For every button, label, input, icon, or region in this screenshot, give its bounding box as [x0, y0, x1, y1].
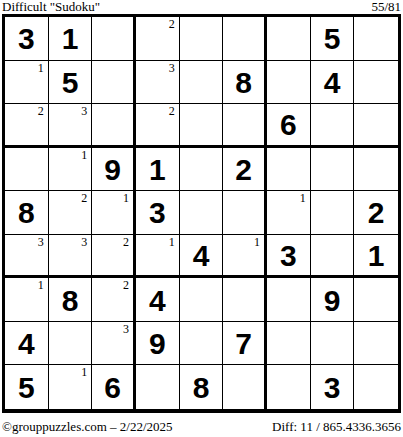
- sudoku-cell-r8c5[interactable]: [180, 322, 224, 366]
- pencil-mark: 2: [123, 279, 129, 291]
- cell-value: 4: [193, 239, 210, 271]
- cell-value: 1: [368, 239, 385, 271]
- cell-value: 2: [368, 196, 385, 228]
- pencil-mark: 2: [169, 105, 175, 117]
- sudoku-cell-r8c7[interactable]: [267, 322, 311, 366]
- sudoku-cell-r8c1[interactable]: 4: [5, 322, 49, 366]
- cell-value: 4: [324, 66, 341, 98]
- sudoku-cell-r2c2[interactable]: 5: [49, 61, 93, 105]
- sudoku-cell-r1c1[interactable]: 3: [5, 17, 49, 61]
- pencil-mark: 1: [81, 366, 87, 378]
- cell-value: 7: [235, 327, 252, 359]
- sudoku-cell-r1c8[interactable]: 5: [311, 17, 355, 61]
- sudoku-cell-r7c3[interactable]: 2: [92, 278, 136, 322]
- sudoku-cell-r4c5[interactable]: [180, 148, 224, 192]
- sudoku-cell-r9c6[interactable]: [223, 365, 267, 409]
- sudoku-cell-r8c8[interactable]: [311, 322, 355, 366]
- sudoku-cell-r3c4[interactable]: 2: [136, 104, 180, 148]
- page-header: Difficult "Sudoku" 55/81: [2, 0, 401, 14]
- sudoku-cell-r2c3[interactable]: [92, 61, 136, 105]
- sudoku-cell-r5c3[interactable]: 1: [92, 191, 136, 235]
- sudoku-cell-r4c7[interactable]: [267, 148, 311, 192]
- sudoku-cell-r9c3[interactable]: 6: [92, 365, 136, 409]
- cell-value: 4: [18, 327, 35, 359]
- sudoku-cell-r7c4[interactable]: 4: [136, 278, 180, 322]
- sudoku-cell-r1c5[interactable]: [180, 17, 224, 61]
- sudoku-cell-r8c9[interactable]: [354, 322, 398, 366]
- pencil-mark: 3: [123, 323, 129, 335]
- cell-value: 8: [235, 66, 252, 98]
- sudoku-cell-r8c3[interactable]: 3: [92, 322, 136, 366]
- sudoku-cell-r2c9[interactable]: [354, 61, 398, 105]
- pencil-mark: 3: [81, 236, 87, 248]
- pencil-mark: 2: [123, 236, 129, 248]
- sudoku-cell-r6c5[interactable]: 4: [180, 235, 224, 279]
- sudoku-cell-r1c7[interactable]: [267, 17, 311, 61]
- sudoku-cell-r3c1[interactable]: 2: [5, 104, 49, 148]
- cell-value: 2: [235, 153, 252, 185]
- sudoku-cell-r4c9[interactable]: [354, 148, 398, 192]
- pencil-mark: 1: [300, 192, 306, 204]
- sudoku-cell-r8c2[interactable]: [49, 322, 93, 366]
- pencil-mark: 1: [254, 236, 260, 248]
- sudoku-cell-r6c3[interactable]: 2: [92, 235, 136, 279]
- pencil-mark: 1: [81, 149, 87, 161]
- sudoku-cell-r3c2[interactable]: 3: [49, 104, 93, 148]
- sudoku-cell-r6c4[interactable]: 1: [136, 235, 180, 279]
- pencil-mark: 2: [169, 18, 175, 30]
- pencil-mark: 2: [38, 105, 44, 117]
- cell-value: 5: [324, 22, 341, 54]
- sudoku-cell-r5c7[interactable]: 1: [267, 191, 311, 235]
- cell-value: 3: [18, 22, 35, 54]
- sudoku-cell-r9c7[interactable]: [267, 365, 311, 409]
- sudoku-cell-r4c4[interactable]: 1: [136, 148, 180, 192]
- sudoku-cell-r1c9[interactable]: [354, 17, 398, 61]
- cell-value: 9: [324, 284, 341, 316]
- sudoku-cell-r9c8[interactable]: 3: [311, 365, 355, 409]
- sudoku-cell-r5c6[interactable]: [223, 191, 267, 235]
- sudoku-cell-r2c8[interactable]: 4: [311, 61, 355, 105]
- sudoku-cell-r7c2[interactable]: 8: [49, 278, 93, 322]
- sudoku-cell-r6c9[interactable]: 1: [354, 235, 398, 279]
- cell-value: 5: [18, 371, 35, 403]
- sudoku-cell-r9c2[interactable]: 1: [49, 365, 93, 409]
- sudoku-cell-r3c6[interactable]: [223, 104, 267, 148]
- sudoku-cell-r8c6[interactable]: 7: [223, 322, 267, 366]
- sudoku-cell-r3c8[interactable]: [311, 104, 355, 148]
- sudoku-cell-r2c6[interactable]: 8: [223, 61, 267, 105]
- cell-value: 9: [149, 327, 166, 359]
- pencil-mark: 1: [169, 236, 175, 248]
- cell-value: 5: [62, 66, 79, 98]
- sudoku-cell-r4c8[interactable]: [311, 148, 355, 192]
- sudoku-cell-r9c5[interactable]: 8: [180, 365, 224, 409]
- pencil-mark: 3: [169, 62, 175, 74]
- sudoku-cell-r6c6[interactable]: 1: [223, 235, 267, 279]
- copyright-text: ©grouppuzzles.com – 2/22/2025: [2, 420, 173, 434]
- sudoku-board: 3125153842326191282131233214131182494397…: [2, 14, 401, 413]
- cell-value: 9: [104, 153, 121, 185]
- cell-value: 4: [149, 284, 166, 316]
- cell-value: 8: [18, 196, 35, 228]
- cell-value: 3: [280, 239, 297, 271]
- sudoku-cell-r5c9[interactable]: 2: [354, 191, 398, 235]
- cell-value: 3: [149, 196, 166, 228]
- sudoku-cell-r5c8[interactable]: [311, 191, 355, 235]
- sudoku-cell-r1c2[interactable]: 1: [49, 17, 93, 61]
- cell-value: 8: [62, 284, 79, 316]
- pencil-mark: 1: [38, 279, 44, 291]
- pencil-mark: 3: [38, 236, 44, 248]
- sudoku-cell-r5c2[interactable]: 2: [49, 191, 93, 235]
- sudoku-cell-r2c5[interactable]: [180, 61, 224, 105]
- sudoku-cell-r9c4[interactable]: [136, 365, 180, 409]
- pencil-mark: 2: [81, 192, 87, 204]
- cell-value: 6: [280, 108, 297, 140]
- sudoku-cell-r6c2[interactable]: 3: [49, 235, 93, 279]
- sudoku-cell-r6c8[interactable]: [311, 235, 355, 279]
- sudoku-cell-r5c5[interactable]: [180, 191, 224, 235]
- sudoku-cell-r7c9[interactable]: [354, 278, 398, 322]
- cell-value: 8: [193, 371, 210, 403]
- sudoku-page: Difficult "Sudoku" 55/81 312515384232619…: [0, 0, 403, 437]
- page-footer: ©grouppuzzles.com – 2/22/2025 Diff: 11 /…: [2, 420, 401, 434]
- cell-value: 1: [62, 22, 79, 54]
- sudoku-cell-r6c1[interactable]: 3: [5, 235, 49, 279]
- sudoku-cell-r8c4[interactable]: 9: [136, 322, 180, 366]
- sudoku-cell-r9c1[interactable]: 5: [5, 365, 49, 409]
- sudoku-cell-r3c5[interactable]: [180, 104, 224, 148]
- sudoku-cell-r7c6[interactable]: [223, 278, 267, 322]
- sudoku-cell-r2c1[interactable]: 1: [5, 61, 49, 105]
- pencil-mark: 1: [38, 62, 44, 74]
- sudoku-cell-r4c1[interactable]: [5, 148, 49, 192]
- sudoku-cell-r6c7[interactable]: 3: [267, 235, 311, 279]
- empty-cell-counter: 55/81: [371, 0, 401, 14]
- cell-value: 3: [324, 371, 341, 403]
- sudoku-cell-r1c6[interactable]: [223, 17, 267, 61]
- sudoku-cell-r1c4[interactable]: 2: [136, 17, 180, 61]
- sudoku-cell-r5c1[interactable]: 8: [5, 191, 49, 235]
- sudoku-cell-r2c4[interactable]: 3: [136, 61, 180, 105]
- sudoku-cell-r5c4[interactable]: 3: [136, 191, 180, 235]
- sudoku-cell-r3c9[interactable]: [354, 104, 398, 148]
- puzzle-title: Difficult "Sudoku": [2, 0, 100, 14]
- sudoku-cell-r7c8[interactable]: 9: [311, 278, 355, 322]
- sudoku-cell-r7c1[interactable]: 1: [5, 278, 49, 322]
- cell-value: 6: [104, 371, 121, 403]
- sudoku-cell-r1c3[interactable]: [92, 17, 136, 61]
- sudoku-cell-r7c7[interactable]: [267, 278, 311, 322]
- pencil-mark: 3: [81, 105, 87, 117]
- sudoku-cell-r4c6[interactable]: 2: [223, 148, 267, 192]
- sudoku-cell-r3c3[interactable]: [92, 104, 136, 148]
- sudoku-cell-r2c7[interactable]: [267, 61, 311, 105]
- sudoku-cell-r7c5[interactable]: [180, 278, 224, 322]
- sudoku-cell-r3c7[interactable]: 6: [267, 104, 311, 148]
- sudoku-cell-r4c3[interactable]: 9: [92, 148, 136, 192]
- difficulty-text: Diff: 11 / 865.4336.3656: [272, 420, 401, 434]
- cell-value: 1: [149, 153, 166, 185]
- sudoku-cell-r4c2[interactable]: 1: [49, 148, 93, 192]
- pencil-mark: 1: [123, 192, 129, 204]
- sudoku-cell-r9c9[interactable]: [354, 365, 398, 409]
